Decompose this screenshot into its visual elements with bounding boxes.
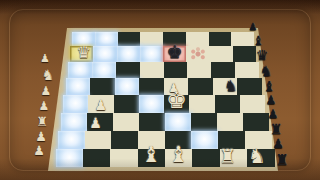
square-f3[interactable] [191, 113, 217, 131]
board-rank-2 [58, 131, 272, 149]
board-rank-4 [63, 95, 265, 113]
piece-white-knight-h1[interactable]: ♞ [248, 146, 266, 166]
square-c8[interactable] [118, 32, 141, 46]
square-b6[interactable] [92, 62, 116, 78]
square-h6[interactable] [235, 62, 259, 78]
square-a4[interactable] [63, 95, 88, 113]
square-d3[interactable] [139, 113, 165, 131]
square-f5[interactable] [188, 78, 213, 95]
board-rank-7 [70, 46, 256, 62]
piece-black-king-e7[interactable]: ♚ [167, 43, 183, 61]
square-b8[interactable] [95, 32, 118, 46]
square-c5[interactable] [115, 78, 140, 95]
square-a2[interactable] [58, 131, 85, 149]
square-h8[interactable] [231, 32, 254, 46]
piece-white-queen-a7[interactable]: ♛ [76, 45, 90, 61]
piece-white-pawn-b3[interactable]: ♟ [89, 116, 102, 130]
square-a3[interactable] [61, 113, 87, 131]
piece-white-king-e4[interactable]: ♚ [166, 89, 187, 112]
square-g4[interactable] [215, 95, 240, 113]
piece-white-bishop-d1[interactable]: ♝ [141, 144, 161, 166]
square-b2[interactable] [85, 131, 112, 149]
square-a1[interactable] [56, 149, 83, 167]
piece-white-bishop-e1[interactable]: ♝ [169, 144, 189, 166]
square-e6[interactable] [164, 62, 188, 78]
square-f8[interactable] [186, 32, 209, 46]
square-c6[interactable] [116, 62, 140, 78]
square-f7[interactable] [186, 46, 209, 62]
piece-white-rook-g1[interactable]: ♜ [219, 147, 236, 166]
square-d5[interactable] [139, 78, 164, 95]
square-b7[interactable] [93, 46, 116, 62]
piece-white-pawn-b4[interactable]: ♟ [95, 98, 108, 112]
square-h7[interactable] [233, 46, 256, 62]
square-h3[interactable] [243, 113, 269, 131]
square-f4[interactable] [189, 95, 214, 113]
square-g3[interactable] [217, 113, 243, 131]
square-c2[interactable] [111, 131, 138, 149]
square-a5[interactable] [66, 78, 91, 95]
square-c4[interactable] [114, 95, 139, 113]
board-rank-8 [72, 32, 254, 46]
chess-game-view: ♟♞♟♟♜♟♟♟♝♛♞♝♟♟♜♟♜ ♛♚♟♞♟♚♟♝♝♜♞ [0, 0, 320, 180]
square-f6[interactable] [187, 62, 211, 78]
square-g6[interactable] [211, 62, 235, 78]
square-c1[interactable] [110, 149, 137, 167]
square-g8[interactable] [209, 32, 232, 46]
square-h5[interactable] [237, 78, 262, 95]
square-g7[interactable] [210, 46, 233, 62]
board-rank-6 [68, 62, 259, 78]
square-d7[interactable] [140, 46, 163, 62]
square-h4[interactable] [240, 95, 265, 113]
piece-black-knight-g5[interactable]: ♞ [224, 79, 237, 94]
square-d6[interactable] [140, 62, 164, 78]
square-a6[interactable] [68, 62, 92, 78]
square-b5[interactable] [90, 78, 115, 95]
board-rank-1 [56, 149, 275, 167]
square-c7[interactable] [117, 46, 140, 62]
square-c3[interactable] [113, 113, 139, 131]
square-f1[interactable] [192, 149, 219, 167]
square-b1[interactable] [83, 149, 110, 167]
square-f2[interactable] [191, 131, 218, 149]
square-e3[interactable] [165, 113, 191, 131]
square-d4[interactable] [139, 95, 164, 113]
square-d8[interactable] [140, 32, 163, 46]
